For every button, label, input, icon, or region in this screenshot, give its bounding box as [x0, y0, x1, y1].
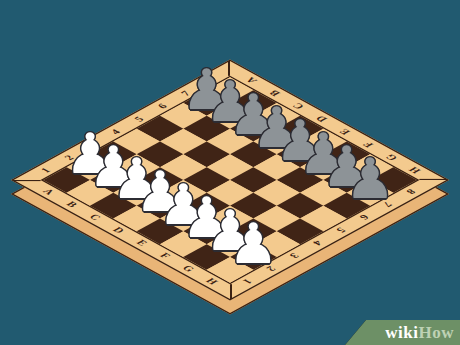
rank-label-right-3: 3 [288, 252, 302, 260]
rank-label-right-1: 1 [241, 278, 255, 286]
illustration-canvas: AA88BB77CC66DD55EE44FF33GG22HH11 ♟♟♟♟♟♟♟… [0, 0, 460, 345]
watermark-how-text: How [419, 323, 455, 343]
file-label-top-h: H [406, 166, 422, 175]
rank-label-left-2: 2 [62, 153, 76, 161]
rank-label-left-8: 8 [202, 76, 216, 84]
file-label-top-c: C [290, 102, 306, 111]
watermark-diagonal-edge [345, 320, 366, 345]
board-grid [40, 76, 419, 284]
file-label-top-f: F [360, 140, 375, 148]
rank-label-left-3: 3 [86, 141, 100, 149]
rank-label-left-1: 1 [39, 166, 53, 174]
file-label-bottom-a: A [41, 187, 57, 196]
rank-label-left-4: 4 [109, 128, 123, 136]
rank-label-right-4: 4 [311, 239, 325, 247]
file-label-bottom-e: E [134, 239, 149, 247]
corner-line-top [228, 61, 230, 76]
rank-label-right-8: 8 [404, 188, 418, 196]
file-label-bottom-b: B [64, 200, 79, 208]
file-label-top-e: E [337, 127, 352, 135]
file-label-top-b: B [267, 89, 282, 97]
rank-label-left-6: 6 [156, 102, 170, 110]
corner-line-left [14, 180, 41, 181]
file-label-bottom-c: C [87, 213, 103, 222]
file-label-top-d: D [313, 114, 329, 123]
rank-label-left-7: 7 [179, 89, 193, 97]
file-label-bottom-g: G [180, 264, 196, 273]
rank-label-right-2: 2 [264, 265, 278, 273]
file-label-bottom-f: F [158, 252, 173, 260]
rank-label-left-5: 5 [132, 115, 146, 123]
file-label-bottom-d: D [111, 226, 127, 235]
watermark-wiki-text: wiki [385, 323, 418, 343]
chess-board: AA88BB77CC66DD55EE44FF33GG22HH11 [11, 59, 449, 300]
file-label-top-a: A [243, 76, 259, 85]
wikihow-watermark: wikiHow [366, 320, 460, 345]
corner-line-bottom [230, 284, 232, 299]
rank-label-right-7: 7 [381, 201, 395, 209]
corner-line-right [419, 179, 446, 180]
file-label-bottom-h: H [204, 277, 220, 286]
file-label-top-g: G [383, 153, 399, 162]
rank-label-right-5: 5 [334, 226, 348, 234]
rank-label-right-6: 6 [358, 213, 372, 221]
